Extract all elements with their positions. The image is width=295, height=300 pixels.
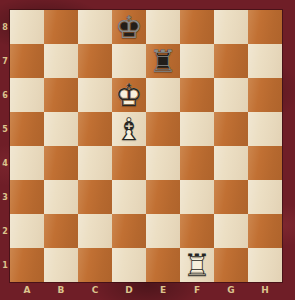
square-a3[interactable] (10, 180, 44, 214)
square-e4[interactable] (146, 146, 180, 180)
square-a1[interactable] (10, 248, 44, 282)
square-b4[interactable] (44, 146, 78, 180)
square-c3[interactable] (78, 180, 112, 214)
square-h4[interactable] (248, 146, 282, 180)
square-b3[interactable] (44, 180, 78, 214)
square-f2[interactable] (180, 214, 214, 248)
square-g7[interactable] (214, 44, 248, 78)
file-label-f: F (180, 282, 214, 300)
square-f1[interactable]: ♜♖ (180, 248, 214, 282)
square-b7[interactable] (44, 44, 78, 78)
square-a6[interactable] (10, 78, 44, 112)
square-e1[interactable] (146, 248, 180, 282)
file-label-e: E (146, 282, 180, 300)
square-c8[interactable] (78, 10, 112, 44)
square-h1[interactable] (248, 248, 282, 282)
square-a8[interactable] (10, 10, 44, 44)
square-h5[interactable] (248, 112, 282, 146)
square-h7[interactable] (248, 44, 282, 78)
square-b6[interactable] (44, 78, 78, 112)
square-h2[interactable] (248, 214, 282, 248)
file-label-a: A (10, 282, 44, 300)
rank-label-1: 1 (0, 248, 10, 282)
square-g8[interactable] (214, 10, 248, 44)
square-c6[interactable] (78, 78, 112, 112)
square-g2[interactable] (214, 214, 248, 248)
rank-label-8: 8 (0, 10, 10, 44)
square-g4[interactable] (214, 146, 248, 180)
square-b1[interactable] (44, 248, 78, 282)
file-labels: ABCDEFGH (10, 282, 282, 300)
square-g3[interactable] (214, 180, 248, 214)
square-g5[interactable] (214, 112, 248, 146)
rank-label-2: 2 (0, 214, 10, 248)
square-e5[interactable] (146, 112, 180, 146)
square-d6[interactable]: ♚♔ (112, 78, 146, 112)
black-rook-e7[interactable]: ♜♖ (146, 44, 180, 78)
square-f5[interactable] (180, 112, 214, 146)
square-c4[interactable] (78, 146, 112, 180)
square-g6[interactable] (214, 78, 248, 112)
rank-label-7: 7 (0, 44, 10, 78)
square-c1[interactable] (78, 248, 112, 282)
square-c5[interactable] (78, 112, 112, 146)
square-f3[interactable] (180, 180, 214, 214)
rank-labels: 87654321 (0, 10, 10, 282)
square-b8[interactable] (44, 10, 78, 44)
square-d4[interactable] (112, 146, 146, 180)
square-g1[interactable] (214, 248, 248, 282)
file-label-b: B (44, 282, 78, 300)
square-f6[interactable] (180, 78, 214, 112)
chess-board: ♚♔♜♖♚♔♝♗♜♖ (10, 10, 282, 282)
square-d3[interactable] (112, 180, 146, 214)
square-e2[interactable] (146, 214, 180, 248)
square-e3[interactable] (146, 180, 180, 214)
square-f8[interactable] (180, 10, 214, 44)
file-label-d: D (112, 282, 146, 300)
square-a7[interactable] (10, 44, 44, 78)
square-b2[interactable] (44, 214, 78, 248)
file-label-h: H (248, 282, 282, 300)
square-h8[interactable] (248, 10, 282, 44)
square-d7[interactable] (112, 44, 146, 78)
file-label-c: C (78, 282, 112, 300)
square-d5[interactable]: ♝♗ (112, 112, 146, 146)
square-f7[interactable] (180, 44, 214, 78)
square-c7[interactable] (78, 44, 112, 78)
square-a4[interactable] (10, 146, 44, 180)
square-h3[interactable] (248, 180, 282, 214)
square-b5[interactable] (44, 112, 78, 146)
square-e6[interactable] (146, 78, 180, 112)
black-king-d8[interactable]: ♚♔ (112, 10, 146, 44)
square-a2[interactable] (10, 214, 44, 248)
file-label-g: G (214, 282, 248, 300)
square-d1[interactable] (112, 248, 146, 282)
white-rook-f1[interactable]: ♜♖ (180, 248, 214, 282)
square-h6[interactable] (248, 78, 282, 112)
rank-label-5: 5 (0, 112, 10, 146)
white-king-d6[interactable]: ♚♔ (112, 78, 146, 112)
rank-label-6: 6 (0, 78, 10, 112)
square-f4[interactable] (180, 146, 214, 180)
rank-label-4: 4 (0, 146, 10, 180)
white-bishop-d5[interactable]: ♝♗ (112, 112, 146, 146)
chess-board-frame: 87654321 ABCDEFGH ♚♔♜♖♚♔♝♗♜♖ (0, 0, 295, 300)
square-e8[interactable] (146, 10, 180, 44)
square-e7[interactable]: ♜♖ (146, 44, 180, 78)
square-d2[interactable] (112, 214, 146, 248)
square-a5[interactable] (10, 112, 44, 146)
square-c2[interactable] (78, 214, 112, 248)
rank-label-3: 3 (0, 180, 10, 214)
square-d8[interactable]: ♚♔ (112, 10, 146, 44)
